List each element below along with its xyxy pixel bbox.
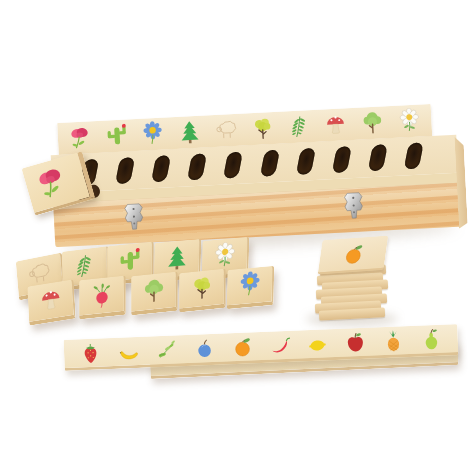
yellow-green-tree-icon <box>188 273 215 303</box>
radish-icon <box>88 280 115 310</box>
product-photo-scene <box>0 0 470 470</box>
clasp-icon <box>123 203 144 231</box>
pineapple-icon <box>380 328 406 354</box>
pear-icon <box>418 326 444 352</box>
sorting-box <box>49 103 461 247</box>
tile-yellow-green-tree <box>179 268 226 312</box>
poppy-flower-icon <box>31 162 73 204</box>
fruit-picture-peas <box>153 336 180 363</box>
metal-clasp-right <box>343 192 364 220</box>
fruit-picture-pineapple <box>380 327 407 354</box>
tile-green-tree <box>131 271 178 315</box>
strawberry-icon <box>78 340 104 366</box>
plum-icon <box>191 335 217 361</box>
lid-slot-10 <box>404 143 424 170</box>
fruit-picture-apple <box>342 329 369 356</box>
tile-mushroom <box>27 279 75 326</box>
clasp-icon <box>343 192 364 220</box>
metal-clasp-left <box>123 203 144 231</box>
white-daisy-icon <box>211 241 238 270</box>
lemon-icon <box>305 331 331 357</box>
blue-daisy-icon <box>140 120 167 147</box>
banana-icon <box>116 338 142 364</box>
stack-top-tile-orange <box>318 235 389 274</box>
category-picture-sheep-sketch <box>212 116 241 145</box>
green-tree-icon <box>359 109 386 136</box>
category-picture-pine-tree <box>175 118 204 147</box>
lid-slot-7 <box>296 148 316 175</box>
lid-slot-8 <box>332 146 352 173</box>
lid-slot-9 <box>368 144 388 171</box>
orange-icon <box>229 334 255 360</box>
sheep-sketch-icon <box>213 117 240 144</box>
category-picture-yellow-green-tree <box>248 114 277 143</box>
peas-icon <box>154 337 180 363</box>
poppy-flower-icon <box>67 124 94 151</box>
category-picture-poppy-flower <box>66 123 95 152</box>
fruit-picture-chili-pepper <box>266 332 293 359</box>
tile-blue-daisy <box>227 266 275 309</box>
lid-slot-6 <box>259 150 279 177</box>
pine-tree-icon <box>163 243 190 272</box>
cactus-icon <box>103 122 130 149</box>
fruit-picture-orange <box>229 333 256 360</box>
mushroom-icon <box>36 284 64 315</box>
category-picture-blue-daisy <box>139 119 168 148</box>
category-picture-white-daisy <box>394 106 423 135</box>
green-tree-icon <box>140 276 167 306</box>
apple-icon <box>342 329 368 355</box>
category-picture-fern <box>285 112 314 141</box>
lid-slot-2 <box>115 157 135 184</box>
fruit-picture-pear <box>417 326 444 353</box>
fern-icon <box>286 113 313 140</box>
category-picture-green-tree <box>358 108 387 137</box>
orange-icon <box>339 240 367 267</box>
yellow-green-tree-icon <box>249 115 276 142</box>
tile-radish <box>79 275 126 319</box>
mushroom-icon <box>322 111 349 138</box>
pine-tree-icon <box>176 119 203 146</box>
chili-pepper-icon <box>267 332 293 358</box>
lid-slot-5 <box>223 152 243 179</box>
category-picture-mushroom <box>321 110 350 139</box>
lid-slot-3 <box>151 155 171 182</box>
cactus-icon <box>116 246 143 276</box>
blue-daisy-icon <box>236 270 263 299</box>
fern-icon <box>71 250 98 280</box>
lid-slot-4 <box>187 154 207 181</box>
fruit-picture-lemon <box>304 330 331 357</box>
white-daisy-icon <box>395 107 422 134</box>
category-picture-cactus <box>102 121 131 150</box>
fruit-picture-strawberry <box>77 339 104 366</box>
fruit-picture-plum <box>191 335 218 362</box>
fruit-picture-banana <box>115 338 142 365</box>
